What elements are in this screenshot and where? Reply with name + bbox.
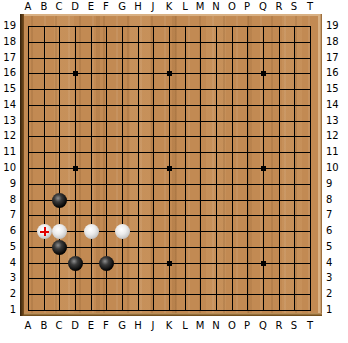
row-label-right-2: 2 bbox=[326, 288, 346, 300]
col-label-bottom-b: B bbox=[41, 319, 48, 332]
col-label-bottom-q: Q bbox=[259, 319, 267, 332]
col-label-bottom-m: M bbox=[196, 319, 205, 332]
col-label-bottom-o: O bbox=[228, 319, 236, 332]
col-label-bottom-j: J bbox=[152, 319, 155, 332]
col-label-bottom-c: C bbox=[56, 319, 63, 332]
col-label-top-l: L bbox=[182, 0, 188, 13]
row-label-right-5: 5 bbox=[326, 241, 346, 253]
col-label-bottom-e: E bbox=[88, 319, 94, 332]
row-label-left-5: 5 bbox=[1, 241, 16, 253]
col-label-bottom-f: F bbox=[103, 319, 109, 332]
row-label-right-17: 17 bbox=[326, 52, 346, 64]
row-label-right-19: 19 bbox=[326, 20, 346, 32]
col-label-bottom-g: G bbox=[118, 319, 126, 332]
row-label-right-13: 13 bbox=[326, 115, 346, 127]
col-label-top-r: R bbox=[276, 0, 283, 13]
row-label-right-6: 6 bbox=[326, 225, 346, 237]
row-label-left-1: 1 bbox=[1, 304, 16, 316]
col-label-top-o: O bbox=[228, 0, 236, 13]
col-label-bottom-n: N bbox=[212, 319, 219, 332]
row-label-right-12: 12 bbox=[326, 130, 346, 142]
go-client-window: AABBCCDDEEFFGGHHJJKKLLMMNNOOPPQQRRSSTT19… bbox=[0, 0, 348, 343]
col-label-top-m: M bbox=[196, 0, 205, 13]
row-label-left-8: 8 bbox=[1, 194, 16, 206]
col-label-top-d: D bbox=[71, 0, 79, 13]
col-label-top-b: B bbox=[41, 0, 48, 13]
col-label-bottom-a: A bbox=[25, 319, 32, 332]
board-edge-right bbox=[318, 14, 322, 316]
col-label-bottom-t: T bbox=[307, 319, 313, 332]
board-edge-top bbox=[24, 14, 319, 16]
col-label-top-g: G bbox=[118, 0, 126, 13]
row-label-left-4: 4 bbox=[1, 257, 16, 269]
row-label-right-1: 1 bbox=[326, 304, 346, 316]
col-label-top-j: J bbox=[152, 0, 155, 13]
row-label-left-13: 13 bbox=[1, 115, 16, 127]
row-label-left-17: 17 bbox=[1, 52, 16, 64]
row-label-left-18: 18 bbox=[1, 36, 16, 48]
row-label-right-11: 11 bbox=[326, 146, 346, 158]
col-label-bottom-r: R bbox=[276, 319, 283, 332]
row-label-left-15: 15 bbox=[1, 83, 16, 95]
col-label-bottom-l: L bbox=[182, 319, 188, 332]
row-label-left-10: 10 bbox=[1, 162, 16, 174]
col-label-top-s: S bbox=[291, 0, 297, 13]
row-label-right-15: 15 bbox=[326, 83, 346, 95]
col-label-top-e: E bbox=[88, 0, 94, 13]
col-label-top-h: H bbox=[134, 0, 142, 13]
row-label-left-12: 12 bbox=[1, 130, 16, 142]
row-label-right-16: 16 bbox=[326, 67, 346, 79]
row-label-left-2: 2 bbox=[1, 288, 16, 300]
row-label-left-11: 11 bbox=[1, 146, 16, 158]
row-label-left-14: 14 bbox=[1, 99, 16, 111]
col-label-bottom-d: D bbox=[71, 319, 79, 332]
row-label-right-8: 8 bbox=[326, 194, 346, 206]
col-label-top-n: N bbox=[212, 0, 219, 13]
col-label-top-a: A bbox=[25, 0, 32, 13]
row-label-right-7: 7 bbox=[326, 209, 346, 221]
col-label-top-q: Q bbox=[259, 0, 267, 13]
col-label-top-f: F bbox=[103, 0, 109, 13]
row-label-left-9: 9 bbox=[1, 178, 16, 190]
row-label-left-6: 6 bbox=[1, 225, 16, 237]
col-label-top-c: C bbox=[56, 0, 63, 13]
row-label-right-3: 3 bbox=[326, 272, 346, 284]
col-label-top-k: K bbox=[166, 0, 173, 13]
goban[interactable] bbox=[20, 14, 322, 316]
row-label-right-18: 18 bbox=[326, 36, 346, 48]
row-label-right-14: 14 bbox=[326, 99, 346, 111]
col-label-top-p: P bbox=[244, 0, 250, 13]
col-label-bottom-p: P bbox=[244, 319, 250, 332]
row-label-left-16: 16 bbox=[1, 67, 16, 79]
row-label-right-9: 9 bbox=[326, 178, 346, 190]
col-label-bottom-s: S bbox=[291, 319, 297, 332]
col-label-bottom-h: H bbox=[134, 319, 142, 332]
row-label-left-7: 7 bbox=[1, 209, 16, 221]
col-label-top-t: T bbox=[307, 0, 313, 13]
row-label-left-3: 3 bbox=[1, 272, 16, 284]
board-edge-left bbox=[20, 14, 24, 316]
board-edge-bottom bbox=[24, 313, 322, 316]
row-label-right-10: 10 bbox=[326, 162, 346, 174]
row-label-right-4: 4 bbox=[326, 257, 346, 269]
col-label-bottom-k: K bbox=[166, 319, 173, 332]
row-label-left-19: 19 bbox=[1, 20, 16, 32]
